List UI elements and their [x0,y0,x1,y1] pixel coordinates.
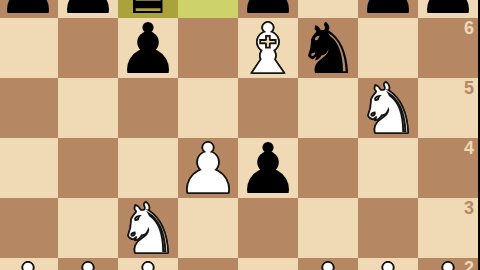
square-h5[interactable]: 5 [418,78,478,138]
square-h2[interactable]: ♟2 [418,258,478,270]
square-b7[interactable]: ♟ [58,0,118,18]
square-d6[interactable] [178,18,238,78]
square-g5[interactable]: ♞ [358,78,418,138]
square-g2[interactable]: ♟ [358,258,418,270]
square-d7[interactable] [178,0,238,18]
square-e4[interactable]: ♟ [238,138,298,198]
rank-label-3: 3 [464,199,474,217]
square-g7[interactable]: ♟ [358,0,418,18]
square-h7[interactable]: ♟7 [418,0,478,18]
square-e2[interactable] [238,258,298,270]
white-pawn-g2[interactable]: ♟ [357,254,420,270]
rank-label-4: 4 [464,139,474,157]
square-g4[interactable] [358,138,418,198]
square-d2[interactable] [178,258,238,270]
white-pawn-a2[interactable]: ♟ [0,254,59,270]
rank-label-2: 2 [464,259,474,270]
square-b4[interactable] [58,138,118,198]
square-d4[interactable]: ♟ [178,138,238,198]
square-a6[interactable] [0,18,58,78]
square-f6[interactable]: ♞ [298,18,358,78]
rank-label-6: 6 [464,19,474,37]
chess-board: 8♟♟♛♟♟♟7♟♝♞6♞5♟♟4♞3♟♟♟♟♟♟21 [0,0,478,270]
square-h4[interactable]: 4 [418,138,478,198]
square-b6[interactable] [58,18,118,78]
square-a7[interactable]: ♟ [0,0,58,18]
square-h6[interactable]: 6 [418,18,478,78]
square-e3[interactable] [238,198,298,258]
square-a2[interactable]: ♟ [0,258,58,270]
white-pawn-b2[interactable]: ♟ [57,254,120,270]
white-pawn-f2[interactable]: ♟ [297,254,360,270]
black-pawn-e4[interactable]: ♟ [237,134,300,204]
square-b5[interactable] [58,78,118,138]
white-pawn-c2[interactable]: ♟ [117,254,180,270]
square-c6[interactable]: ♟ [118,18,178,78]
black-pawn-c6[interactable]: ♟ [117,14,180,84]
white-knight-g5[interactable]: ♞ [357,74,420,144]
square-b2[interactable]: ♟ [58,258,118,270]
square-c5[interactable] [118,78,178,138]
white-bishop-e6[interactable]: ♝ [237,14,300,84]
square-a5[interactable] [0,78,58,138]
rank-label-5: 5 [464,79,474,97]
square-f2[interactable]: ♟ [298,258,358,270]
square-f4[interactable] [298,138,358,198]
black-knight-f6[interactable]: ♞ [297,14,360,84]
square-a4[interactable] [0,138,58,198]
square-f5[interactable] [298,78,358,138]
square-c2[interactable]: ♟ [118,258,178,270]
square-e6[interactable]: ♝ [238,18,298,78]
square-d3[interactable] [178,198,238,258]
board-viewport: 8♟♟♛♟♟♟7♟♝♞6♞5♟♟4♞3♟♟♟♟♟♟21 [0,0,480,270]
white-pawn-d4[interactable]: ♟ [177,134,240,204]
